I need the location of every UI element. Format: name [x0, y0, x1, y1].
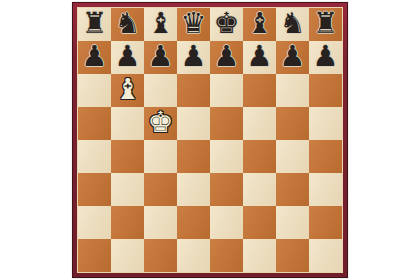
square-e1[interactable] [210, 239, 243, 272]
piece-black-pawn: ♟ [148, 41, 174, 73]
chess-board-inner-border: ♜♞♝♛♚♝♞♜♟♟♟♟♟♟♟♟♝♚ [77, 7, 343, 273]
piece-black-pawn: ♟ [181, 41, 207, 73]
piece-black-pawn: ♟ [115, 41, 141, 73]
square-d8[interactable]: ♛ [177, 8, 210, 41]
square-d7[interactable]: ♟ [177, 41, 210, 74]
square-a7[interactable]: ♟ [78, 41, 111, 74]
piece-black-queen: ♛ [181, 8, 207, 40]
square-b2[interactable] [111, 206, 144, 239]
square-f5[interactable] [243, 107, 276, 140]
square-c8[interactable]: ♝ [144, 8, 177, 41]
piece-black-rook: ♜ [82, 8, 108, 40]
square-a5[interactable] [78, 107, 111, 140]
square-c7[interactable]: ♟ [144, 41, 177, 74]
piece-white-bishop: ♝ [115, 74, 141, 106]
square-g2[interactable] [276, 206, 309, 239]
piece-black-pawn: ♟ [82, 41, 108, 73]
square-h8[interactable]: ♜ [309, 8, 342, 41]
square-h1[interactable] [309, 239, 342, 272]
square-c5[interactable]: ♚ [144, 107, 177, 140]
square-b4[interactable] [111, 140, 144, 173]
square-g7[interactable]: ♟ [276, 41, 309, 74]
chess-board-frame: ♜♞♝♛♚♝♞♜♟♟♟♟♟♟♟♟♝♚ [72, 2, 348, 278]
piece-white-king: ♚ [148, 107, 174, 139]
square-b1[interactable] [111, 239, 144, 272]
square-d3[interactable] [177, 173, 210, 206]
square-b6[interactable]: ♝ [111, 74, 144, 107]
square-a8[interactable]: ♜ [78, 8, 111, 41]
square-h5[interactable] [309, 107, 342, 140]
square-h6[interactable] [309, 74, 342, 107]
piece-black-rook: ♜ [313, 8, 339, 40]
square-b5[interactable] [111, 107, 144, 140]
square-e4[interactable] [210, 140, 243, 173]
piece-black-knight: ♞ [115, 8, 141, 40]
square-d6[interactable] [177, 74, 210, 107]
square-g1[interactable] [276, 239, 309, 272]
square-d1[interactable] [177, 239, 210, 272]
square-f8[interactable]: ♝ [243, 8, 276, 41]
piece-black-pawn: ♟ [247, 41, 273, 73]
square-g4[interactable] [276, 140, 309, 173]
square-f6[interactable] [243, 74, 276, 107]
piece-black-pawn: ♟ [214, 41, 240, 73]
square-e5[interactable] [210, 107, 243, 140]
square-h3[interactable] [309, 173, 342, 206]
square-a3[interactable] [78, 173, 111, 206]
square-f1[interactable] [243, 239, 276, 272]
piece-black-pawn: ♟ [280, 41, 306, 73]
square-c1[interactable] [144, 239, 177, 272]
square-f3[interactable] [243, 173, 276, 206]
square-e2[interactable] [210, 206, 243, 239]
square-e8[interactable]: ♚ [210, 8, 243, 41]
square-b7[interactable]: ♟ [111, 41, 144, 74]
square-h7[interactable]: ♟ [309, 41, 342, 74]
piece-black-bishop: ♝ [247, 8, 273, 40]
square-f4[interactable] [243, 140, 276, 173]
square-f2[interactable] [243, 206, 276, 239]
piece-black-bishop: ♝ [148, 8, 174, 40]
square-d4[interactable] [177, 140, 210, 173]
square-g5[interactable] [276, 107, 309, 140]
square-a4[interactable] [78, 140, 111, 173]
square-c3[interactable] [144, 173, 177, 206]
square-b8[interactable]: ♞ [111, 8, 144, 41]
square-g8[interactable]: ♞ [276, 8, 309, 41]
square-a1[interactable] [78, 239, 111, 272]
page-background: ♜♞♝♛♚♝♞♜♟♟♟♟♟♟♟♟♝♚ [0, 0, 420, 280]
piece-black-king: ♚ [214, 8, 240, 40]
square-h2[interactable] [309, 206, 342, 239]
square-a6[interactable] [78, 74, 111, 107]
square-a2[interactable] [78, 206, 111, 239]
square-c4[interactable] [144, 140, 177, 173]
square-c2[interactable] [144, 206, 177, 239]
square-e3[interactable] [210, 173, 243, 206]
square-d5[interactable] [177, 107, 210, 140]
square-h4[interactable] [309, 140, 342, 173]
square-d2[interactable] [177, 206, 210, 239]
piece-black-knight: ♞ [280, 8, 306, 40]
square-e7[interactable]: ♟ [210, 41, 243, 74]
square-b3[interactable] [111, 173, 144, 206]
chess-board: ♜♞♝♛♚♝♞♜♟♟♟♟♟♟♟♟♝♚ [78, 8, 342, 272]
piece-black-pawn: ♟ [313, 41, 339, 73]
square-e6[interactable] [210, 74, 243, 107]
square-f7[interactable]: ♟ [243, 41, 276, 74]
square-g3[interactable] [276, 173, 309, 206]
square-g6[interactable] [276, 74, 309, 107]
square-c6[interactable] [144, 74, 177, 107]
